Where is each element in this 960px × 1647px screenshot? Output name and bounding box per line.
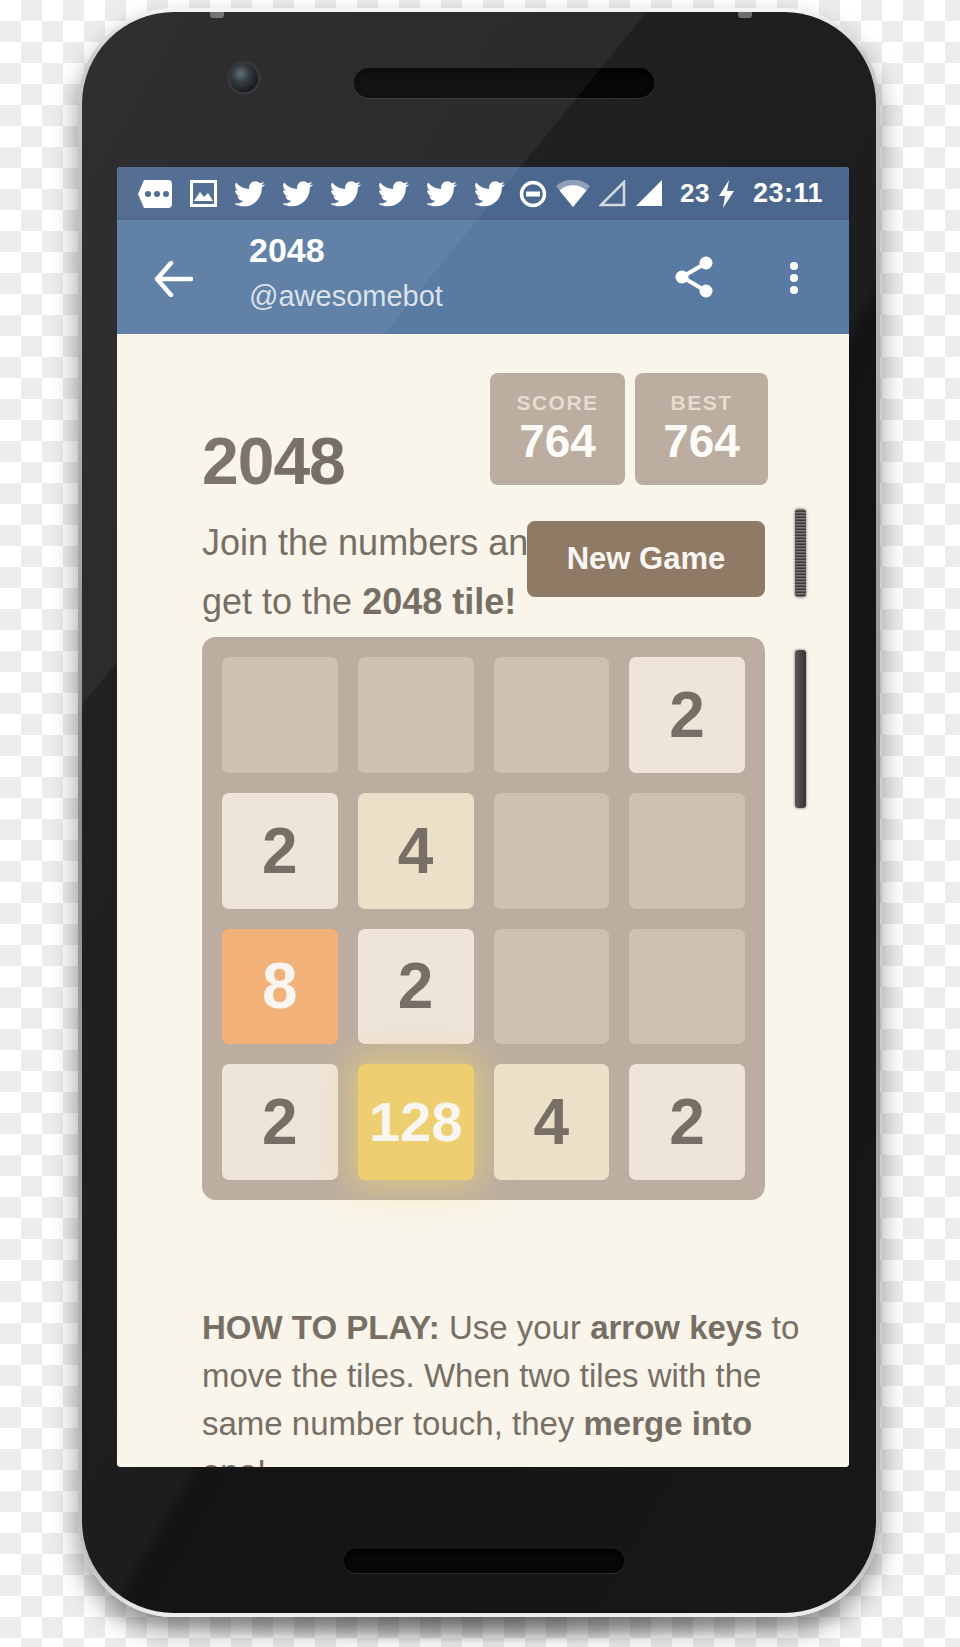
- share-button[interactable]: [675, 256, 713, 298]
- tile-2: 2: [629, 1064, 745, 1180]
- game-page: 2048 SCORE 764 BEST 764 Join the numbers…: [117, 334, 849, 1467]
- empty-cell: [222, 657, 338, 773]
- notification-icons: [117, 179, 519, 209]
- tile-4: 4: [494, 1064, 610, 1180]
- front-camera: [230, 64, 258, 92]
- phone-bezel: 23 23:11 2048 @awesomebot: [82, 12, 876, 1613]
- game-title: 2048: [202, 428, 345, 494]
- how-to-play-line: HOW TO PLAY: Use your arrow keys to: [202, 1304, 802, 1352]
- twitter-icon: [378, 181, 409, 207]
- menu-dot: [790, 274, 798, 282]
- battery-percent: 23: [680, 178, 710, 209]
- intro-line2-bold: 2048 tile!: [362, 581, 516, 622]
- signal-full-icon: [635, 180, 663, 207]
- twitter-icon: [330, 181, 361, 207]
- clock: 23:11: [753, 178, 823, 209]
- back-button[interactable]: [153, 261, 193, 297]
- tile-2: 2: [629, 657, 745, 773]
- twitter-icon: [426, 181, 457, 207]
- app-bar-title: 2048: [249, 228, 325, 272]
- status-bar: 23 23:11: [117, 167, 849, 220]
- tile-2: 2: [222, 793, 338, 909]
- twitter-icon: [474, 181, 505, 207]
- tile-2: 2: [358, 929, 474, 1045]
- empty-cell: [494, 657, 610, 773]
- signal-empty-icon: [599, 180, 626, 207]
- tile-128: 128: [358, 1064, 474, 1180]
- intro-line2: get to the: [202, 581, 362, 622]
- do-not-disturb-icon: [519, 180, 547, 208]
- empty-cell: [494, 929, 610, 1045]
- earpiece-speaker: [354, 68, 654, 98]
- app-bar: 2048 @awesomebot: [117, 220, 849, 334]
- intro-line1: Join the numbers and: [202, 522, 548, 563]
- score-label: SCORE: [516, 391, 598, 415]
- power-button[interactable]: [795, 509, 806, 597]
- overflow-menu-button[interactable]: [783, 258, 805, 298]
- empty-cell: [629, 929, 745, 1045]
- volume-rocker[interactable]: [795, 650, 806, 808]
- tile-2: 2: [222, 1064, 338, 1180]
- best-label: BEST: [670, 391, 732, 415]
- empty-cell: [358, 657, 474, 773]
- twitter-icon: [234, 181, 265, 207]
- score-box: SCORE 764: [490, 373, 625, 485]
- wifi-icon: [556, 180, 590, 207]
- antenna-line-left: [210, 12, 224, 18]
- how-to-play-line: move the tiles. When two tiles with the: [202, 1352, 802, 1400]
- screenshot-icon: [190, 180, 217, 207]
- menu-dot: [790, 286, 798, 294]
- empty-cell: [629, 793, 745, 909]
- charging-bolt-icon: [719, 180, 734, 208]
- intro-text: Join the numbers and get to the 2048 til…: [202, 513, 548, 631]
- score-value: 764: [519, 417, 596, 465]
- message-bubble-icon: [137, 179, 173, 209]
- app-bar-subtitle: @awesomebot: [249, 276, 443, 316]
- how-to-play-line: same number touch, they merge into: [202, 1400, 802, 1448]
- twitter-icon: [282, 181, 313, 207]
- empty-cell: [494, 793, 610, 909]
- antenna-line-right: [738, 12, 752, 18]
- how-to-play-text: HOW TO PLAY: Use your arrow keys tomove …: [202, 1304, 802, 1467]
- new-game-button[interactable]: New Game: [527, 521, 765, 597]
- phone-frame: 23 23:11 2048 @awesomebot: [78, 8, 880, 1617]
- menu-dot: [790, 262, 798, 270]
- system-status-icons: 23 23:11: [519, 178, 849, 209]
- tile-8: 8: [222, 929, 338, 1045]
- best-box: BEST 764: [635, 373, 768, 485]
- phone-screen: 23 23:11 2048 @awesomebot: [117, 167, 849, 1467]
- how-to-play-line: one!: [202, 1448, 802, 1467]
- game-board[interactable]: 22482212842: [202, 637, 765, 1200]
- tile-4: 4: [358, 793, 474, 909]
- bottom-speaker: [344, 1549, 624, 1573]
- new-game-label: New Game: [567, 541, 726, 577]
- best-value: 764: [663, 417, 740, 465]
